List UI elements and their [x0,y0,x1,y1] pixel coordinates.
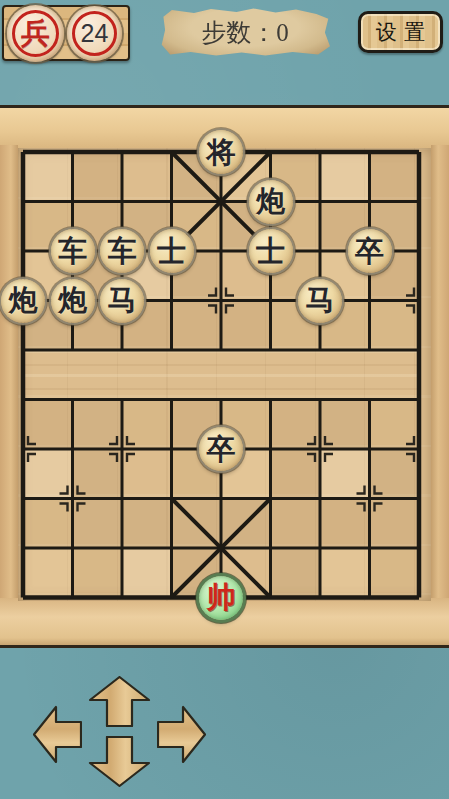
level-badge-plaque: 兵 24 [2,5,130,61]
move-left-button[interactable] [33,705,82,764]
level-piece-disc: 兵 [7,5,64,62]
piece-black-马[interactable]: 马 [100,279,144,323]
piece-black-车[interactable]: 车 [100,229,144,273]
up-arrow-icon [88,676,151,727]
move-up-button[interactable] [88,676,151,727]
settings-button[interactable]: 设置 [358,11,443,53]
piece-black-炮[interactable]: 炮 [249,180,293,224]
level-piece-char: 兵 [21,14,50,54]
piece-black-卒[interactable]: 卒 [348,229,392,273]
game-screen: 兵 24 步数：0 设置 将炮车车士士卒炮炮马马卒帅 [0,0,449,799]
move-controls [0,648,449,799]
piece-black-卒[interactable]: 卒 [199,427,243,471]
steps-value: 0 [276,19,289,47]
piece-black-炮[interactable]: 炮 [1,279,45,323]
right-arrow-icon [157,705,206,764]
steps-label: 步数： [201,16,276,49]
piece-black-士[interactable]: 士 [150,229,194,273]
xiangqi-board: 将炮车车士士卒炮炮马马卒帅 [0,105,449,648]
move-right-button[interactable] [157,705,206,764]
piece-black-将[interactable]: 将 [199,130,243,174]
left-arrow-icon [33,705,82,764]
down-arrow-icon [88,736,151,787]
level-count-disc: 24 [67,6,122,61]
piece-black-士[interactable]: 士 [249,229,293,273]
steps-counter: 步数：0 [160,8,330,57]
piece-black-炮[interactable]: 炮 [51,279,95,323]
piece-black-车[interactable]: 车 [51,229,95,273]
level-count: 24 [81,19,109,48]
move-down-button[interactable] [88,736,151,787]
piece-black-马[interactable]: 马 [298,279,342,323]
pieces-layer: 将炮车车士士卒炮炮马马卒帅 [0,105,449,648]
piece-red-帅[interactable]: 帅 [199,576,243,620]
